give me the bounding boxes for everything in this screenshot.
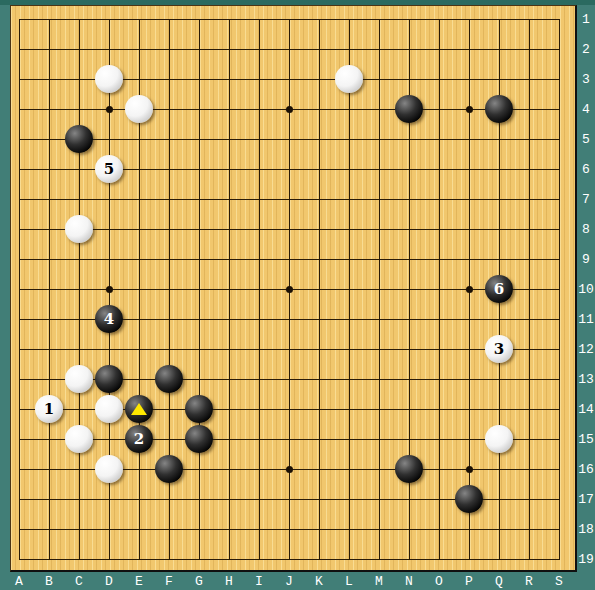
row-label-4: 4 [577,103,595,116]
star-point [286,106,293,113]
stone-F16[interactable] [155,455,183,483]
row-label-18: 18 [577,523,595,536]
column-label-P: P [465,575,473,588]
stone-D3[interactable] [95,65,123,93]
stone-G15[interactable] [185,425,213,453]
column-label-H: H [225,575,233,588]
stone-D11[interactable]: 4 [95,305,123,333]
stone-E4[interactable] [125,95,153,123]
column-label-N: N [405,575,413,588]
row-label-10: 10 [577,283,595,296]
star-point [106,286,113,293]
stone-G14[interactable] [185,395,213,423]
column-label-K: K [315,575,323,588]
row-label-8: 8 [577,223,595,236]
column-label-B: B [45,575,53,588]
star-point [466,106,473,113]
goban[interactable]: 564312 [10,5,577,572]
row-label-13: 13 [577,373,595,386]
column-label-M: M [375,575,383,588]
row-label-15: 15 [577,433,595,446]
column-label-F: F [165,575,173,588]
star-point [286,466,293,473]
row-label-2: 2 [577,43,595,56]
stone-N4[interactable] [395,95,423,123]
go-diagram-window: 564312 ABCDEFGHIJKLMNOPQRS 1234567891011… [0,0,595,590]
column-label-L: L [345,575,353,588]
row-label-17: 17 [577,493,595,506]
row-label-1: 1 [577,13,595,26]
star-point [466,466,473,473]
stone-E15[interactable]: 2 [125,425,153,453]
stone-Q4[interactable] [485,95,513,123]
row-label-19: 19 [577,553,595,566]
column-label-R: R [525,575,533,588]
stone-F13[interactable] [155,365,183,393]
row-label-6: 6 [577,163,595,176]
column-label-E: E [135,575,143,588]
column-label-G: G [195,575,203,588]
stone-Q12[interactable]: 3 [485,335,513,363]
stone-Q15[interactable] [485,425,513,453]
stone-D14[interactable] [95,395,123,423]
stone-C13[interactable] [65,365,93,393]
row-label-9: 9 [577,253,595,266]
stone-D16[interactable] [95,455,123,483]
row-label-11: 11 [577,313,595,326]
row-label-14: 14 [577,403,595,416]
column-label-C: C [75,575,83,588]
column-label-I: I [255,575,263,588]
column-label-D: D [105,575,113,588]
star-point [286,286,293,293]
stone-C8[interactable] [65,215,93,243]
stone-D6[interactable]: 5 [95,155,123,183]
row-label-7: 7 [577,193,595,206]
stone-C15[interactable] [65,425,93,453]
row-label-16: 16 [577,463,595,476]
row-label-12: 12 [577,343,595,356]
column-label-O: O [435,575,443,588]
row-label-3: 3 [577,73,595,86]
stone-Q10[interactable]: 6 [485,275,513,303]
column-label-S: S [555,575,563,588]
stone-P17[interactable] [455,485,483,513]
column-label-Q: Q [495,575,503,588]
stone-E14[interactable] [125,395,153,423]
triangle-mark-icon [131,403,147,415]
column-label-A: A [15,575,23,588]
star-point [106,106,113,113]
stone-L3[interactable] [335,65,363,93]
stone-C5[interactable] [65,125,93,153]
column-label-J: J [285,575,293,588]
stone-N16[interactable] [395,455,423,483]
stone-D13[interactable] [95,365,123,393]
row-label-5: 5 [577,133,595,146]
stone-B14[interactable]: 1 [35,395,63,423]
star-point [466,286,473,293]
